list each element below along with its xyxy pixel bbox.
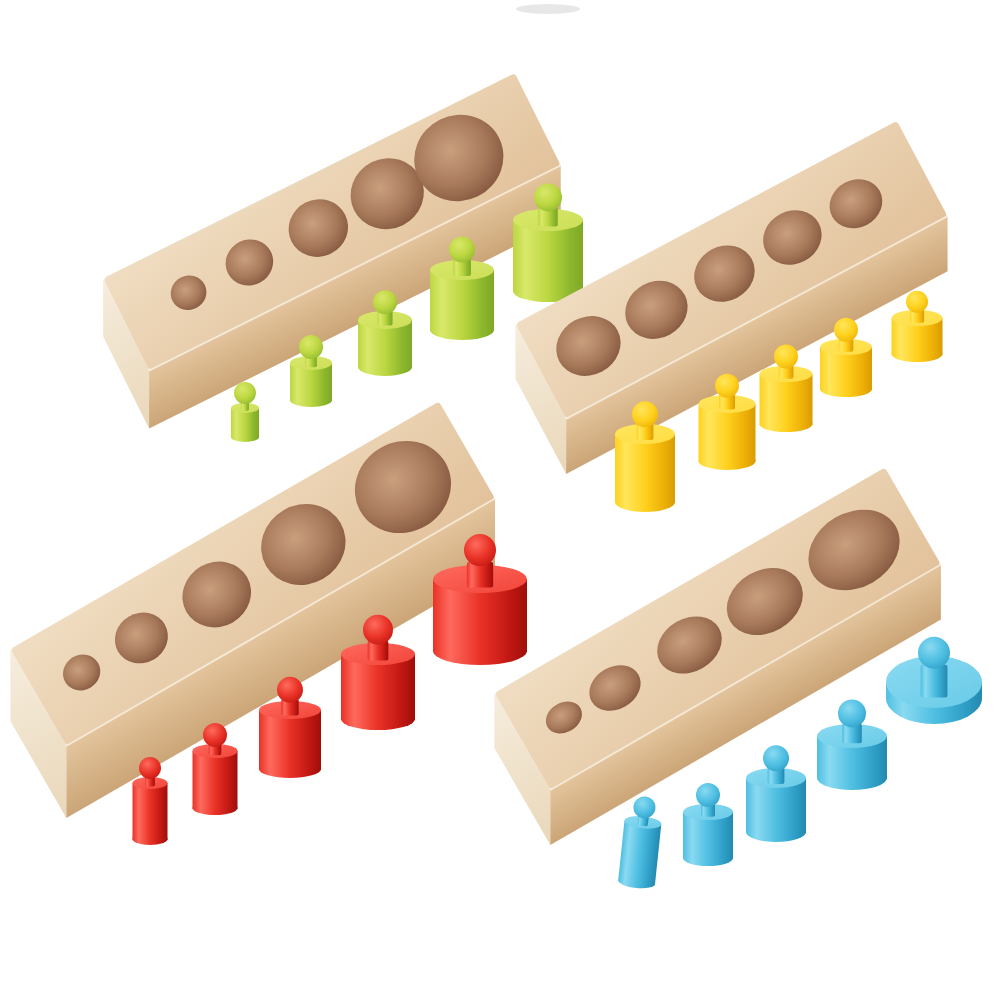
product-photo <box>0 0 1000 1000</box>
product-photo-canvas <box>0 0 1000 1000</box>
green-knobbed-cylinder-1 <box>231 382 259 442</box>
photo-edge-smudge <box>516 4 580 14</box>
